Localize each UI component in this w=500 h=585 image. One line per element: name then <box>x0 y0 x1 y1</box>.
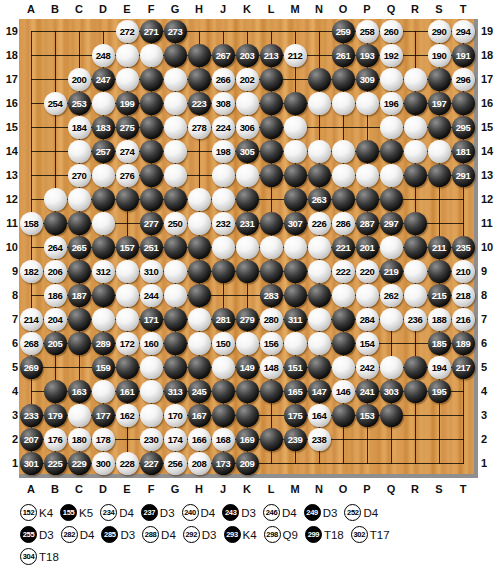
stone-A2[interactable]: 207 <box>20 428 43 451</box>
stone-N14[interactable] <box>308 140 331 163</box>
stone-R17[interactable] <box>404 68 427 91</box>
stone-H4[interactable]: 245 <box>188 380 211 403</box>
stone-K16[interactable] <box>236 92 259 115</box>
stone-Q10[interactable] <box>380 236 403 259</box>
stone-D14[interactable]: 257 <box>92 140 115 163</box>
stone-O14[interactable] <box>332 140 355 163</box>
stone-E4[interactable]: 161 <box>116 380 139 403</box>
stone-A9[interactable]: 182 <box>20 260 43 283</box>
stone-G9[interactable] <box>164 260 187 283</box>
stone-A5[interactable]: 269 <box>20 356 43 379</box>
stone-F5[interactable] <box>140 356 163 379</box>
stone-O10[interactable]: 221 <box>332 236 355 259</box>
stone-B8[interactable]: 186 <box>44 284 67 307</box>
stone-H1[interactable]: 208 <box>188 452 211 475</box>
stone-J5[interactable] <box>212 356 235 379</box>
stone-R15[interactable] <box>404 116 427 139</box>
stone-G5[interactable] <box>164 356 187 379</box>
stone-E7[interactable] <box>116 308 139 331</box>
stone-D2[interactable]: 178 <box>92 428 115 451</box>
stone-F3[interactable] <box>140 404 163 427</box>
stone-B16[interactable]: 254 <box>44 92 67 115</box>
stone-P17[interactable]: 309 <box>356 68 379 91</box>
stone-C10[interactable]: 265 <box>68 236 91 259</box>
stone-R11[interactable] <box>404 212 427 235</box>
stone-G8[interactable] <box>164 284 187 307</box>
stone-K11[interactable]: 231 <box>236 212 259 235</box>
stone-K18[interactable]: 203 <box>236 44 259 67</box>
move-number: 257 <box>96 140 111 163</box>
stone-E3[interactable]: 162 <box>116 404 139 427</box>
stone-C11[interactable] <box>68 212 91 235</box>
stone-G4[interactable]: 313 <box>164 380 187 403</box>
stone-N6[interactable] <box>308 332 331 355</box>
stone-T16[interactable] <box>452 92 475 115</box>
stone-F6[interactable]: 160 <box>140 332 163 355</box>
stone-O5[interactable] <box>332 356 355 379</box>
stone-B6[interactable]: 205 <box>44 332 67 355</box>
stone-J1[interactable]: 173 <box>212 452 235 475</box>
stone-G1[interactable]: 256 <box>164 452 187 475</box>
stone-S15[interactable] <box>428 116 451 139</box>
stone-C6[interactable] <box>68 332 91 355</box>
stone-J18[interactable]: 267 <box>212 44 235 67</box>
stone-Q4[interactable]: 303 <box>380 380 403 403</box>
stone-H10[interactable] <box>188 236 211 259</box>
stone-T19[interactable]: 294 <box>452 20 475 43</box>
stone-S4[interactable]: 195 <box>428 380 451 403</box>
stone-F9[interactable]: 310 <box>140 260 163 283</box>
stone-Q16[interactable]: 196 <box>380 92 403 115</box>
stone-C7[interactable] <box>68 308 91 331</box>
stone-M5[interactable]: 151 <box>284 356 307 379</box>
stone-N2[interactable]: 238 <box>308 428 331 451</box>
stone-L2[interactable] <box>260 428 283 451</box>
stone-R16[interactable] <box>404 92 427 115</box>
stone-N8[interactable] <box>308 284 331 307</box>
stone-F12[interactable] <box>140 188 163 211</box>
stone-Q17[interactable] <box>380 68 403 91</box>
stone-K14[interactable]: 305 <box>236 140 259 163</box>
stone-S9[interactable] <box>428 260 451 283</box>
stone-R8[interactable] <box>404 284 427 307</box>
stone-N17[interactable] <box>308 68 331 91</box>
stone-M7[interactable]: 311 <box>284 308 307 331</box>
stone-K9[interactable] <box>236 260 259 283</box>
stone-L6[interactable]: 156 <box>260 332 283 355</box>
move-number: 162 <box>120 404 135 427</box>
stone-D17[interactable]: 247 <box>92 68 115 91</box>
stone-B7[interactable]: 204 <box>44 308 67 331</box>
stone-E17[interactable] <box>116 68 139 91</box>
stone-L13[interactable] <box>260 164 283 187</box>
stone-Q11[interactable]: 297 <box>380 212 403 235</box>
stone-H2[interactable]: 166 <box>188 428 211 451</box>
stone-L16[interactable] <box>260 92 283 115</box>
stone-J10[interactable] <box>212 236 235 259</box>
stone-P10[interactable]: 201 <box>356 236 379 259</box>
stone-L4[interactable] <box>260 380 283 403</box>
stone-E18[interactable] <box>116 44 139 67</box>
stone-R14[interactable] <box>404 140 427 163</box>
stone-P19[interactable]: 258 <box>356 20 379 43</box>
stone-G17[interactable] <box>164 68 187 91</box>
stone-E14[interactable]: 274 <box>116 140 139 163</box>
stone-L10[interactable] <box>260 236 283 259</box>
stone-K6[interactable] <box>236 332 259 355</box>
stone-J7[interactable]: 281 <box>212 308 235 331</box>
stone-K15[interactable]: 306 <box>236 116 259 139</box>
stone-F17[interactable] <box>140 68 163 91</box>
stone-S10[interactable]: 211 <box>428 236 451 259</box>
stone-T5[interactable]: 217 <box>452 356 475 379</box>
stone-E13[interactable]: 276 <box>116 164 139 187</box>
stone-E16[interactable]: 199 <box>116 92 139 115</box>
stone-P5[interactable]: 242 <box>356 356 379 379</box>
stone-F19[interactable]: 271 <box>140 20 163 43</box>
stone-G14[interactable] <box>164 140 187 163</box>
stone-S13[interactable] <box>428 164 451 187</box>
stone-M10[interactable] <box>284 236 307 259</box>
stone-D11[interactable] <box>92 212 115 235</box>
stone-E5[interactable] <box>116 356 139 379</box>
stone-M18[interactable]: 212 <box>284 44 307 67</box>
stone-Q12[interactable] <box>380 188 403 211</box>
stone-L5[interactable]: 148 <box>260 356 283 379</box>
stone-H15[interactable]: 278 <box>188 116 211 139</box>
stone-B11[interactable] <box>44 212 67 235</box>
stone-J13[interactable] <box>212 164 235 187</box>
stone-C16[interactable]: 253 <box>68 92 91 115</box>
stone-O4[interactable]: 146 <box>332 380 355 403</box>
stone-D8[interactable] <box>92 284 115 307</box>
move-number: 258 <box>360 20 375 43</box>
stone-C2[interactable]: 180 <box>68 428 91 451</box>
stone-F1[interactable]: 227 <box>140 452 163 475</box>
stone-T17[interactable]: 296 <box>452 68 475 91</box>
stone-A6[interactable]: 268 <box>20 332 43 355</box>
stone-C13[interactable]: 270 <box>68 164 91 187</box>
stone-M6[interactable] <box>284 332 307 355</box>
stone-K12[interactable] <box>236 188 259 211</box>
stone-N5[interactable] <box>308 356 331 379</box>
stone-E9[interactable] <box>116 260 139 283</box>
stone-S6[interactable]: 185 <box>428 332 451 355</box>
stone-H7[interactable] <box>188 308 211 331</box>
stone-D3[interactable]: 177 <box>92 404 115 427</box>
stone-F8[interactable]: 244 <box>140 284 163 307</box>
stone-B10[interactable]: 264 <box>44 236 67 259</box>
stone-P8[interactable] <box>356 284 379 307</box>
stone-E15[interactable]: 275 <box>116 116 139 139</box>
stone-P18[interactable]: 193 <box>356 44 379 67</box>
stone-F4[interactable] <box>140 380 163 403</box>
stone-C4[interactable]: 163 <box>68 380 91 403</box>
stone-K17[interactable]: 202 <box>236 68 259 91</box>
stone-D7[interactable] <box>92 308 115 331</box>
stone-L9[interactable] <box>260 260 283 283</box>
stone-G10[interactable] <box>164 236 187 259</box>
stone-Q5[interactable] <box>380 356 403 379</box>
stone-Q3[interactable] <box>380 404 403 427</box>
stone-H11[interactable] <box>188 212 211 235</box>
stone-N11[interactable]: 226 <box>308 212 331 235</box>
stone-M15[interactable] <box>284 116 307 139</box>
stone-D15[interactable]: 183 <box>92 116 115 139</box>
stone-B9[interactable]: 206 <box>44 260 67 283</box>
stone-Q9[interactable]: 219 <box>380 260 403 283</box>
stone-H6[interactable] <box>188 332 211 355</box>
stone-D18[interactable]: 248 <box>92 44 115 67</box>
stone-L11[interactable] <box>260 212 283 235</box>
stone-E1[interactable]: 228 <box>116 452 139 475</box>
go-board[interactable]: 2722712732592582602902942482672032132122… <box>19 19 478 478</box>
stone-E6[interactable]: 172 <box>116 332 139 355</box>
stone-K1[interactable]: 209 <box>236 452 259 475</box>
stone-P11[interactable]: 287 <box>356 212 379 235</box>
stone-L7[interactable]: 280 <box>260 308 283 331</box>
stone-H3[interactable]: 167 <box>188 404 211 427</box>
stone-G3[interactable]: 170 <box>164 404 187 427</box>
stone-S18[interactable]: 190 <box>428 44 451 67</box>
stone-J3[interactable] <box>212 404 235 427</box>
stone-E19[interactable]: 272 <box>116 20 139 43</box>
stone-P14[interactable] <box>356 140 379 163</box>
stone-T7[interactable]: 216 <box>452 308 475 331</box>
stone-C8[interactable]: 187 <box>68 284 91 307</box>
stone-M14[interactable] <box>284 140 307 163</box>
stone-K3[interactable] <box>236 404 259 427</box>
stone-B3[interactable]: 179 <box>44 404 67 427</box>
stone-H18[interactable] <box>188 44 211 67</box>
stone-A11[interactable]: 158 <box>20 212 43 235</box>
stone-K7[interactable]: 279 <box>236 308 259 331</box>
stone-P16[interactable] <box>356 92 379 115</box>
stone-O13[interactable] <box>332 164 355 187</box>
stone-B12[interactable] <box>44 188 67 211</box>
stone-P7[interactable]: 284 <box>356 308 379 331</box>
stone-H8[interactable] <box>188 284 211 307</box>
stone-K4[interactable] <box>236 380 259 403</box>
stone-D5[interactable]: 159 <box>92 356 115 379</box>
stone-Q19[interactable]: 260 <box>380 20 403 43</box>
stone-T18[interactable]: 191 <box>452 44 475 67</box>
stone-C1[interactable]: 229 <box>68 452 91 475</box>
stone-Q8[interactable]: 262 <box>380 284 403 307</box>
stone-O17[interactable] <box>332 68 355 91</box>
stone-J2[interactable]: 168 <box>212 428 235 451</box>
stone-B4[interactable] <box>44 380 67 403</box>
stone-F13[interactable] <box>140 164 163 187</box>
stone-E12[interactable] <box>116 188 139 211</box>
stone-T10[interactable]: 235 <box>452 236 475 259</box>
stone-J15[interactable]: 224 <box>212 116 235 139</box>
stone-J11[interactable]: 232 <box>212 212 235 235</box>
stone-M4[interactable]: 165 <box>284 380 307 403</box>
stone-C9[interactable] <box>68 260 91 283</box>
stone-S19[interactable]: 290 <box>428 20 451 43</box>
stone-G12[interactable] <box>164 188 187 211</box>
stone-B1[interactable]: 225 <box>44 452 67 475</box>
stone-C3[interactable] <box>68 404 91 427</box>
stone-O3[interactable] <box>332 404 355 427</box>
stone-J14[interactable]: 198 <box>212 140 235 163</box>
stone-N10[interactable] <box>308 236 331 259</box>
stone-F15[interactable] <box>140 116 163 139</box>
stone-G7[interactable] <box>164 308 187 331</box>
stone-M11[interactable]: 307 <box>284 212 307 235</box>
stone-L18[interactable]: 213 <box>260 44 283 67</box>
stone-E8[interactable] <box>116 284 139 307</box>
stone-A1[interactable]: 301 <box>20 452 43 475</box>
stone-T6[interactable]: 189 <box>452 332 475 355</box>
stone-A3[interactable]: 233 <box>20 404 43 427</box>
stone-D1[interactable]: 300 <box>92 452 115 475</box>
stone-D16[interactable] <box>92 92 115 115</box>
stone-F7[interactable]: 171 <box>140 308 163 331</box>
stone-S8[interactable]: 215 <box>428 284 451 307</box>
stone-D4[interactable] <box>92 380 115 403</box>
stone-F14[interactable] <box>140 140 163 163</box>
stone-B2[interactable]: 176 <box>44 428 67 451</box>
stone-E10[interactable]: 157 <box>116 236 139 259</box>
stone-G16[interactable] <box>164 92 187 115</box>
stone-S5[interactable]: 194 <box>428 356 451 379</box>
stone-C15[interactable]: 184 <box>68 116 91 139</box>
stone-L8[interactable]: 283 <box>260 284 283 307</box>
stone-G11[interactable]: 250 <box>164 212 187 235</box>
stone-J4[interactable] <box>212 380 235 403</box>
stone-M12[interactable] <box>284 188 307 211</box>
stone-M2[interactable]: 239 <box>284 428 307 451</box>
stone-C12[interactable] <box>68 188 91 211</box>
stone-C17[interactable]: 200 <box>68 68 91 91</box>
stone-H12[interactable] <box>188 188 211 211</box>
stone-O9[interactable]: 222 <box>332 260 355 283</box>
stone-T15[interactable]: 295 <box>452 116 475 139</box>
stone-A7[interactable]: 214 <box>20 308 43 331</box>
stone-F18[interactable] <box>140 44 163 67</box>
coord-top-C: C <box>71 2 87 16</box>
stone-T13[interactable]: 291 <box>452 164 475 187</box>
stone-H17[interactable] <box>188 68 211 91</box>
stone-L17[interactable] <box>260 68 283 91</box>
stone-C14[interactable] <box>68 140 91 163</box>
stone-Q13[interactable] <box>380 164 403 187</box>
stone-G19[interactable]: 273 <box>164 20 187 43</box>
coord-top-N: N <box>311 2 327 16</box>
stone-P12[interactable] <box>356 188 379 211</box>
stone-P3[interactable]: 153 <box>356 404 379 427</box>
stone-T14[interactable]: 181 <box>452 140 475 163</box>
stone-F11[interactable]: 277 <box>140 212 163 235</box>
stone-N16[interactable] <box>308 92 331 115</box>
stone-Q14[interactable] <box>380 140 403 163</box>
stone-R4[interactable] <box>404 380 427 403</box>
stone-P13[interactable] <box>356 164 379 187</box>
stone-O16[interactable] <box>332 92 355 115</box>
stone-L15[interactable] <box>260 116 283 139</box>
stone-O7[interactable] <box>332 308 355 331</box>
stone-J16[interactable]: 308 <box>212 92 235 115</box>
stone-Q18[interactable]: 192 <box>380 44 403 67</box>
stone-H9[interactable] <box>188 260 211 283</box>
stone-D12[interactable] <box>92 188 115 211</box>
stone-S16[interactable]: 197 <box>428 92 451 115</box>
stone-M3[interactable]: 175 <box>284 404 307 427</box>
stone-J17[interactable]: 266 <box>212 68 235 91</box>
stone-O6[interactable] <box>332 332 355 355</box>
move-number: 269 <box>24 356 39 379</box>
stone-H5[interactable] <box>188 356 211 379</box>
stone-M13[interactable] <box>284 164 307 187</box>
stone-O18[interactable]: 261 <box>332 44 355 67</box>
stone-G2[interactable]: 174 <box>164 428 187 451</box>
stone-J9[interactable] <box>212 260 235 283</box>
move-number: 270 <box>72 164 87 187</box>
stone-P6[interactable]: 154 <box>356 332 379 355</box>
stone-O11[interactable]: 286 <box>332 212 355 235</box>
stone-L14[interactable] <box>260 140 283 163</box>
stone-T8[interactable]: 218 <box>452 284 475 307</box>
stone-N3[interactable]: 164 <box>308 404 331 427</box>
stone-K2[interactable]: 169 <box>236 428 259 451</box>
stone-G15[interactable] <box>164 116 187 139</box>
stone-F10[interactable]: 251 <box>140 236 163 259</box>
stone-J6[interactable]: 150 <box>212 332 235 355</box>
stone-N13[interactable] <box>308 164 331 187</box>
stone-R7[interactable]: 236 <box>404 308 427 331</box>
stone-S17[interactable] <box>428 68 451 91</box>
stone-T9[interactable]: 210 <box>452 260 475 283</box>
stone-M8[interactable] <box>284 284 307 307</box>
stone-G6[interactable] <box>164 332 187 355</box>
stone-G13[interactable] <box>164 164 187 187</box>
stone-P4[interactable]: 241 <box>356 380 379 403</box>
stone-N12[interactable]: 263 <box>308 188 331 211</box>
stone-Q15[interactable] <box>380 116 403 139</box>
stone-O19[interactable]: 259 <box>332 20 355 43</box>
stone-P9[interactable]: 220 <box>356 260 379 283</box>
stone-K13[interactable] <box>236 164 259 187</box>
stone-D13[interactable] <box>92 164 115 187</box>
stone-O12[interactable] <box>332 188 355 211</box>
stone-Q7[interactable] <box>380 308 403 331</box>
stone-J12[interactable] <box>212 188 235 211</box>
stone-O8[interactable] <box>332 284 355 307</box>
stone-S7[interactable]: 188 <box>428 308 451 331</box>
stone-H16[interactable]: 223 <box>188 92 211 115</box>
stone-N4[interactable]: 147 <box>308 380 331 403</box>
stone-R9[interactable] <box>404 260 427 283</box>
stone-K10[interactable] <box>236 236 259 259</box>
stone-F2[interactable]: 230 <box>140 428 163 451</box>
stone-R5[interactable] <box>404 356 427 379</box>
stone-D10[interactable] <box>92 236 115 259</box>
stone-M16[interactable] <box>284 92 307 115</box>
stone-R10[interactable] <box>404 236 427 259</box>
stone-N7[interactable] <box>308 308 331 331</box>
stone-K5[interactable]: 149 <box>236 356 259 379</box>
stone-D6[interactable]: 289 <box>92 332 115 355</box>
stone-N9[interactable] <box>308 260 331 283</box>
stone-D9[interactable]: 312 <box>92 260 115 283</box>
stone-F16[interactable] <box>140 92 163 115</box>
stone-G18[interactable] <box>164 44 187 67</box>
stone-S14[interactable] <box>428 140 451 163</box>
stone-M9[interactable] <box>284 260 307 283</box>
stone-R13[interactable] <box>404 164 427 187</box>
